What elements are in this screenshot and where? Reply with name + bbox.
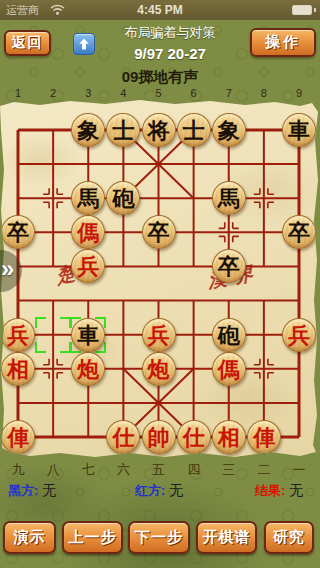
- study-button[interactable]: 研究: [264, 521, 314, 554]
- bottom-coord: 一: [293, 461, 306, 479]
- nav-bar: 返回 布局骗着与对策 9/97 20-27 操作: [0, 20, 320, 66]
- next-step-button[interactable]: 下一步: [128, 521, 190, 554]
- piece-red[interactable]: 兵: [142, 318, 176, 352]
- last-move-marker: [35, 317, 71, 353]
- open-record-button[interactable]: 开棋谱: [196, 521, 257, 554]
- bottom-coord: 三: [222, 461, 235, 479]
- result-label: 结果:: [255, 483, 285, 498]
- bottom-coordinates: 九八七六五四三二一: [0, 461, 320, 476]
- marker-corner: [35, 342, 46, 353]
- battery-body: [292, 5, 312, 15]
- upload-button[interactable]: [73, 33, 95, 55]
- nav-titles: 布局骗着与对策 9/97 20-27: [100, 24, 240, 62]
- top-coord: 7: [226, 87, 232, 99]
- top-coord: 5: [155, 87, 161, 99]
- piece-red[interactable]: 炮: [142, 352, 176, 386]
- top-coord: 4: [120, 87, 126, 99]
- marker-corner: [35, 317, 46, 328]
- piece-red[interactable]: 炮: [71, 352, 105, 386]
- piece-red[interactable]: 相: [1, 352, 35, 386]
- piece-red[interactable]: 俥: [247, 420, 281, 454]
- progress-indicator: 9/97 20-27: [100, 45, 240, 62]
- bottom-coord: 八: [47, 461, 60, 479]
- top-coord: 2: [50, 87, 56, 99]
- piece-black[interactable]: 卒: [142, 215, 176, 249]
- chapter-title: 09掷地有声: [0, 68, 320, 87]
- app-screen: 运营商 4:45 PM 返回 布局骗着与对策 9/97 20-27 操作 09掷…: [0, 0, 320, 568]
- piece-black[interactable]: 将: [142, 113, 176, 147]
- page-title: 布局骗着与对策: [100, 24, 240, 42]
- battery-nub: [314, 8, 316, 12]
- game-status-line: 黑方:无 红方:无 结果:无: [0, 482, 320, 500]
- bottom-coord: 七: [82, 461, 95, 479]
- piece-red[interactable]: 傌: [212, 352, 246, 386]
- chevron-right-icon: »: [1, 255, 14, 283]
- top-coord: 1: [15, 87, 21, 99]
- black-side-value: 无: [42, 482, 56, 498]
- red-side-value: 无: [169, 482, 183, 498]
- board-grid: [0, 100, 320, 458]
- piece-black[interactable]: 馬: [212, 181, 246, 215]
- up-arrow-icon: [78, 38, 90, 50]
- bottom-coord: 六: [117, 461, 130, 479]
- battery-icon: [292, 5, 316, 15]
- bottom-coord: 九: [12, 461, 25, 479]
- piece-red[interactable]: 相: [212, 420, 246, 454]
- demo-button[interactable]: 演示: [3, 521, 56, 554]
- piece-black[interactable]: 象: [212, 113, 246, 147]
- prev-step-button[interactable]: 上一步: [62, 521, 123, 554]
- piece-red[interactable]: 帥: [142, 420, 176, 454]
- result-status: 结果:无: [255, 482, 303, 500]
- black-side-label: 黑方:: [8, 483, 38, 498]
- piece-black[interactable]: 士: [177, 113, 211, 147]
- toolbar: 演示上一步下一步开棋谱研究: [0, 521, 320, 555]
- xiangqi-board[interactable]: 楚河 漢界 象士将士象車馬砲馬卒傌卒卒兵卒兵車兵砲兵相炮炮傌俥仕帥仕相俥: [0, 100, 320, 458]
- piece-red[interactable]: 兵: [282, 318, 316, 352]
- red-side-status: 红方:无: [135, 482, 183, 500]
- piece-red[interactable]: 兵: [1, 318, 35, 352]
- clock: 4:45 PM: [0, 3, 320, 17]
- top-coord: 6: [191, 87, 197, 99]
- bottom-coord: 五: [152, 461, 165, 479]
- piece-black[interactable]: 車: [71, 318, 105, 352]
- top-coord: 9: [296, 87, 302, 99]
- bottom-coord: 四: [187, 461, 200, 479]
- top-coordinates: 123456789: [0, 87, 320, 100]
- piece-black[interactable]: 卒: [212, 249, 246, 283]
- piece-black[interactable]: 象: [71, 113, 105, 147]
- top-coord: 3: [85, 87, 91, 99]
- piece-black[interactable]: 砲: [212, 318, 246, 352]
- black-side-status: 黑方:无: [8, 482, 56, 500]
- back-button[interactable]: 返回: [4, 30, 51, 56]
- piece-black[interactable]: 車: [282, 113, 316, 147]
- piece-red[interactable]: 仕: [177, 420, 211, 454]
- top-coord: 8: [261, 87, 267, 99]
- result-value: 无: [289, 482, 303, 498]
- bottom-coord: 二: [257, 461, 270, 479]
- piece-red[interactable]: 俥: [1, 420, 35, 454]
- red-side-label: 红方:: [135, 483, 165, 498]
- action-button[interactable]: 操作: [250, 28, 316, 57]
- status-bar: 运营商 4:45 PM: [0, 0, 320, 20]
